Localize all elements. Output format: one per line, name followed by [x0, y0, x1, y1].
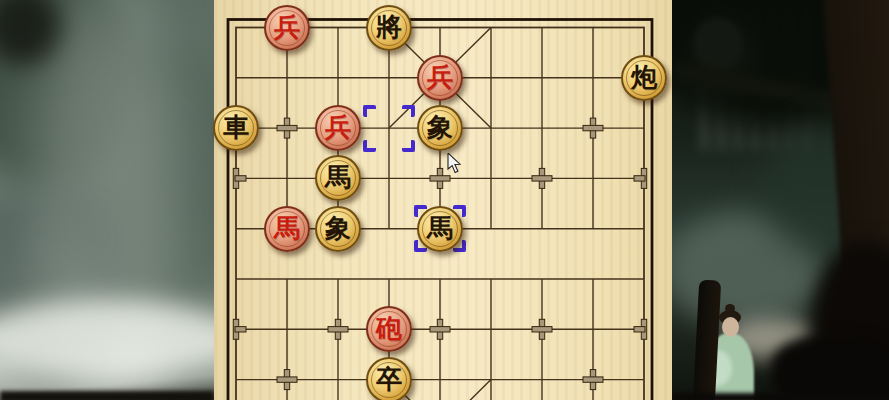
- piece-black-general[interactable]: 將: [366, 5, 412, 51]
- piece-red-soldier-e2[interactable]: 兵: [417, 55, 463, 101]
- piece-black-horse-e5[interactable]: 馬: [417, 206, 463, 252]
- mouse-cursor-icon: [447, 153, 462, 174]
- piece-character: 馬: [427, 215, 453, 241]
- piece-character: 兵: [325, 114, 351, 140]
- piece-character: 馬: [274, 215, 300, 241]
- xiangqi-game-scene: 兵將兵炮車兵象馬馬象馬砲卒: [0, 0, 889, 400]
- piece-black-elephant-c5[interactable]: 象: [315, 206, 361, 252]
- piece-character: 車: [223, 114, 249, 140]
- piece-character: 象: [325, 215, 351, 241]
- piece-red-soldier-b1[interactable]: 兵: [264, 5, 310, 51]
- piece-character: 兵: [274, 14, 300, 40]
- piece-character: 將: [376, 14, 402, 40]
- piece-red-horse[interactable]: 馬: [264, 206, 310, 252]
- piece-red-cannon[interactable]: 砲: [366, 306, 412, 352]
- piece-character: 卒: [376, 366, 402, 392]
- piece-character: 馬: [325, 164, 351, 190]
- piece-red-soldier-c3[interactable]: 兵: [315, 105, 361, 151]
- piece-black-soldier[interactable]: 卒: [366, 357, 412, 400]
- piece-character: 兵: [427, 64, 453, 90]
- piece-character: 炮: [631, 64, 657, 90]
- piece-black-elephant-e3[interactable]: 象: [417, 105, 463, 151]
- piece-black-cannon[interactable]: 炮: [621, 55, 667, 101]
- piece-character: 象: [427, 114, 453, 140]
- piece-character: 砲: [376, 315, 402, 341]
- piece-black-chariot[interactable]: 車: [213, 105, 259, 151]
